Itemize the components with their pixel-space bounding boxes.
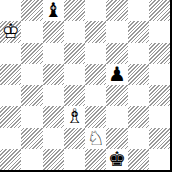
square-b4[interactable] [21,85,42,106]
square-e6[interactable] [85,43,106,64]
piece-black-pawn[interactable]: ♟ [106,64,127,85]
square-f6[interactable] [106,43,127,64]
square-e2[interactable]: ♞♘ [85,128,106,149]
square-d4[interactable] [64,85,85,106]
square-e8[interactable] [85,0,106,21]
piece-black-bishop[interactable]: ♝ [43,0,64,21]
square-e4[interactable] [85,85,106,106]
square-f2[interactable] [106,128,127,149]
square-f8[interactable] [106,0,127,21]
square-h8[interactable] [149,0,170,21]
square-c1[interactable] [43,149,64,170]
square-e1[interactable] [85,149,106,170]
square-h2[interactable] [149,128,170,149]
square-a5[interactable] [0,64,21,85]
square-f3[interactable] [106,106,127,127]
square-a6[interactable] [0,43,21,64]
square-b6[interactable] [21,43,42,64]
square-h4[interactable] [149,85,170,106]
square-b3[interactable] [21,106,42,127]
square-d8[interactable] [64,0,85,21]
square-a3[interactable] [0,106,21,127]
square-e7[interactable] [85,21,106,42]
square-b5[interactable] [21,64,42,85]
square-a4[interactable] [0,85,21,106]
square-h3[interactable] [149,106,170,127]
square-c5[interactable] [43,64,64,85]
square-h1[interactable] [149,149,170,170]
square-a8[interactable] [0,0,21,21]
chess-board: ♝♚♔♟♝♗♞♘♚ [0,0,172,172]
square-a2[interactable] [0,128,21,149]
square-a7[interactable]: ♚♔ [0,21,21,42]
square-d1[interactable] [64,149,85,170]
piece-black-king[interactable]: ♚ [106,149,127,170]
square-a1[interactable] [0,149,21,170]
square-c8[interactable]: ♝ [43,0,64,21]
square-f5[interactable]: ♟ [106,64,127,85]
square-g8[interactable] [128,0,149,21]
square-d3[interactable]: ♝♗ [64,106,85,127]
square-d7[interactable] [64,21,85,42]
square-h6[interactable] [149,43,170,64]
chess-diagram: ♝♚♔♟♝♗♞♘♚ [0,0,172,172]
square-b7[interactable] [21,21,42,42]
square-f7[interactable] [106,21,127,42]
square-b2[interactable] [21,128,42,149]
square-b8[interactable] [21,0,42,21]
square-c7[interactable] [43,21,64,42]
square-g1[interactable] [128,149,149,170]
square-f1[interactable]: ♚ [106,149,127,170]
square-g3[interactable] [128,106,149,127]
square-g5[interactable] [128,64,149,85]
square-d5[interactable] [64,64,85,85]
square-g7[interactable] [128,21,149,42]
square-h7[interactable] [149,21,170,42]
square-g4[interactable] [128,85,149,106]
piece-white-king[interactable]: ♔ [0,21,21,42]
square-f4[interactable] [106,85,127,106]
piece-white-bishop[interactable]: ♗ [64,106,85,127]
square-h5[interactable] [149,64,170,85]
square-c4[interactable] [43,85,64,106]
square-d2[interactable] [64,128,85,149]
piece-white-knight[interactable]: ♘ [85,128,106,149]
square-c2[interactable] [43,128,64,149]
square-e5[interactable] [85,64,106,85]
square-e3[interactable] [85,106,106,127]
square-c6[interactable] [43,43,64,64]
square-c3[interactable] [43,106,64,127]
square-b1[interactable] [21,149,42,170]
square-g2[interactable] [128,128,149,149]
square-d6[interactable] [64,43,85,64]
square-g6[interactable] [128,43,149,64]
